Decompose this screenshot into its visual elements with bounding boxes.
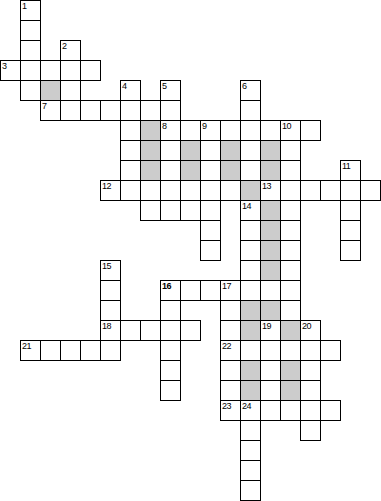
cell-r3-c2[interactable] bbox=[40, 60, 61, 81]
cell-r16-c6[interactable] bbox=[120, 320, 141, 341]
cell-r24-c12[interactable] bbox=[240, 480, 261, 501]
cell-r19-c14-shaded[interactable] bbox=[280, 380, 301, 401]
cell-r17-c15[interactable] bbox=[300, 340, 321, 361]
cell-r15-c5[interactable] bbox=[100, 300, 121, 321]
cell-r15-c8[interactable] bbox=[160, 300, 181, 321]
cell-r2-c1[interactable] bbox=[20, 40, 41, 61]
cell-r10-c17[interactable] bbox=[340, 200, 361, 221]
cell-r0-c1[interactable]: 1 bbox=[20, 0, 41, 21]
clue-number-4: 4 bbox=[122, 81, 127, 91]
cell-r16-c9[interactable] bbox=[180, 320, 201, 341]
cell-r5-c12[interactable] bbox=[240, 100, 261, 121]
clue-number-16: 16 bbox=[162, 281, 171, 291]
cell-r13-c14[interactable] bbox=[280, 260, 301, 281]
cell-r17-c3[interactable] bbox=[60, 340, 81, 361]
cell-r10-c9[interactable] bbox=[180, 200, 201, 221]
cell-r12-c14[interactable] bbox=[280, 240, 301, 261]
cell-r10-c7[interactable] bbox=[140, 200, 161, 221]
cell-r10-c10[interactable] bbox=[200, 200, 221, 221]
cell-r5-c8[interactable] bbox=[160, 100, 181, 121]
cell-r16-c8[interactable] bbox=[160, 320, 181, 341]
cell-r1-c1[interactable] bbox=[20, 20, 41, 41]
clue-number-18: 18 bbox=[102, 321, 111, 331]
cell-r19-c15[interactable] bbox=[300, 380, 321, 401]
cell-r8-c6[interactable] bbox=[120, 160, 141, 181]
cell-r8-c10[interactable] bbox=[200, 160, 221, 181]
cell-r16-c15[interactable]: 20 bbox=[300, 320, 321, 341]
cell-r9-c14[interactable] bbox=[280, 180, 301, 201]
cell-r10-c12[interactable]: 14 bbox=[240, 200, 261, 221]
cell-r6-c15[interactable] bbox=[300, 120, 321, 141]
cell-r15-c14[interactable] bbox=[280, 300, 301, 321]
clue-number-21: 21 bbox=[22, 341, 31, 351]
cell-r16-c14-shaded[interactable] bbox=[280, 320, 301, 341]
cell-r22-c12[interactable] bbox=[240, 440, 261, 461]
cell-r17-c14[interactable] bbox=[280, 340, 301, 361]
cell-r18-c12-shaded[interactable] bbox=[240, 360, 261, 381]
cell-r18-c13[interactable] bbox=[260, 360, 281, 381]
cell-r9-c10[interactable] bbox=[200, 180, 221, 201]
cell-r7-c8[interactable] bbox=[160, 140, 181, 161]
cell-r20-c15[interactable] bbox=[300, 400, 321, 421]
cell-r14-c12[interactable] bbox=[240, 280, 261, 301]
cell-r18-c15[interactable] bbox=[300, 360, 321, 381]
clue-number-20: 20 bbox=[302, 321, 311, 331]
cell-r11-c12[interactable] bbox=[240, 220, 261, 241]
clue-number-10: 10 bbox=[282, 121, 291, 131]
cell-r17-c8[interactable] bbox=[160, 340, 181, 361]
cell-r9-c5[interactable]: 12 bbox=[100, 180, 121, 201]
clue-number-7: 7 bbox=[42, 101, 47, 111]
clue-number-15: 15 bbox=[102, 261, 111, 271]
clue-number-22: 22 bbox=[222, 341, 231, 351]
cell-r8-c7-shaded[interactable] bbox=[140, 160, 161, 181]
cell-r17-c12[interactable] bbox=[240, 340, 261, 361]
cell-r5-c7[interactable] bbox=[140, 100, 161, 121]
cell-r3-c0[interactable]: 3 bbox=[0, 60, 21, 81]
clue-number-13: 13 bbox=[262, 181, 271, 191]
cell-r9-c6[interactable] bbox=[120, 180, 141, 201]
clue-number-14: 14 bbox=[242, 201, 251, 211]
cell-r10-c8[interactable] bbox=[160, 200, 181, 221]
cell-r5-c6[interactable] bbox=[120, 100, 141, 121]
cell-r18-c8[interactable] bbox=[160, 360, 181, 381]
clue-number-5: 5 bbox=[162, 81, 167, 91]
cell-r12-c10[interactable] bbox=[200, 240, 221, 261]
cell-r19-c13[interactable] bbox=[260, 380, 281, 401]
cell-r8-c17[interactable]: 11 bbox=[340, 160, 361, 181]
cell-r6-c12[interactable] bbox=[240, 120, 261, 141]
cell-r11-c10[interactable] bbox=[200, 220, 221, 241]
cell-r3-c3[interactable] bbox=[60, 60, 81, 81]
clue-number-24: 24 bbox=[242, 401, 251, 411]
clue-number-8: 8 bbox=[162, 121, 167, 131]
cell-r15-c11[interactable] bbox=[220, 300, 241, 321]
cell-r6-c14[interactable]: 10 bbox=[280, 120, 301, 141]
cell-r8-c9-shaded[interactable] bbox=[180, 160, 201, 181]
cell-r13-c5[interactable]: 15 bbox=[100, 260, 121, 281]
cell-r4-c2-shaded[interactable] bbox=[40, 80, 61, 101]
cell-r17-c5[interactable] bbox=[100, 340, 121, 361]
cell-r19-c11[interactable] bbox=[220, 380, 241, 401]
cell-r20-c12[interactable]: 24 bbox=[240, 400, 261, 421]
cell-r3-c1[interactable] bbox=[20, 60, 41, 81]
cell-r14-c14[interactable] bbox=[280, 280, 301, 301]
cell-r9-c15[interactable] bbox=[300, 180, 321, 201]
cell-r20-c14[interactable] bbox=[280, 400, 301, 421]
cell-r7-c14[interactable] bbox=[280, 140, 301, 161]
clue-number-6: 6 bbox=[242, 81, 247, 91]
cell-r6-c13[interactable] bbox=[260, 120, 281, 141]
cell-r4-c1[interactable] bbox=[20, 80, 41, 101]
cell-r4-c6[interactable]: 4 bbox=[120, 80, 141, 101]
cell-r15-c13-shaded[interactable] bbox=[260, 300, 281, 321]
cell-r14-c8[interactable]: 16 bbox=[160, 280, 181, 301]
cell-r16-c7[interactable] bbox=[140, 320, 161, 341]
cell-r23-c12[interactable] bbox=[240, 460, 261, 481]
cell-r6-c11[interactable] bbox=[220, 120, 241, 141]
cell-r17-c11[interactable]: 22 bbox=[220, 340, 241, 361]
cell-r8-c14[interactable] bbox=[280, 160, 301, 181]
cell-r16-c5[interactable]: 18 bbox=[100, 320, 121, 341]
cell-r7-c9-shaded[interactable] bbox=[180, 140, 201, 161]
cell-r6-c6[interactable] bbox=[120, 120, 141, 141]
cell-r15-c12-shaded[interactable] bbox=[240, 300, 261, 321]
clue-number-9: 9 bbox=[202, 121, 207, 131]
cell-r6-c8[interactable]: 8 bbox=[160, 120, 181, 141]
cell-r8-c13-shaded[interactable] bbox=[260, 160, 281, 181]
cell-r10-c14[interactable] bbox=[280, 200, 301, 221]
cell-r7-c10[interactable] bbox=[200, 140, 221, 161]
cell-r7-c12[interactable] bbox=[240, 140, 261, 161]
cell-r4-c8[interactable]: 5 bbox=[160, 80, 181, 101]
cell-r9-c8[interactable] bbox=[160, 180, 181, 201]
cell-r13-c12[interactable] bbox=[240, 260, 261, 281]
cell-r21-c12[interactable] bbox=[240, 420, 261, 441]
clue-number-2: 2 bbox=[62, 41, 67, 51]
cell-r5-c3[interactable] bbox=[60, 100, 81, 121]
cell-r6-c9[interactable] bbox=[180, 120, 201, 141]
cell-r9-c16[interactable] bbox=[320, 180, 341, 201]
cell-r9-c11[interactable] bbox=[220, 180, 241, 201]
cell-r17-c2[interactable] bbox=[40, 340, 61, 361]
cell-r14-c9[interactable] bbox=[180, 280, 201, 301]
clue-number-23: 23 bbox=[222, 401, 231, 411]
cell-r5-c5[interactable] bbox=[100, 100, 121, 121]
crossword-board: 123456789101112131415161718192021222324 bbox=[0, 0, 381, 501]
cell-r14-c13[interactable] bbox=[260, 280, 281, 301]
cell-r9-c13[interactable]: 13 bbox=[260, 180, 281, 201]
cell-r14-c10[interactable] bbox=[200, 280, 221, 301]
cell-r16-c13[interactable]: 19 bbox=[260, 320, 281, 341]
clue-number-17: 17 bbox=[222, 281, 231, 291]
cell-r8-c11-shaded[interactable] bbox=[220, 160, 241, 181]
clue-number-3: 3 bbox=[2, 61, 7, 71]
cell-r13-c13-shaded[interactable] bbox=[260, 260, 281, 281]
cell-r9-c12-shaded[interactable] bbox=[240, 180, 261, 201]
cell-r3-c4[interactable] bbox=[80, 60, 101, 81]
cell-r6-c10[interactable]: 9 bbox=[200, 120, 221, 141]
cell-r9-c9[interactable] bbox=[180, 180, 201, 201]
clue-number-19: 19 bbox=[262, 321, 271, 331]
cell-r20-c16[interactable] bbox=[320, 400, 341, 421]
cell-r18-c11[interactable] bbox=[220, 360, 241, 381]
clue-number-11: 11 bbox=[342, 161, 350, 171]
cell-r7-c11-shaded[interactable] bbox=[220, 140, 241, 161]
cell-r12-c13-shaded[interactable] bbox=[260, 240, 281, 261]
cell-r6-c7-shaded[interactable] bbox=[140, 120, 161, 141]
cell-r19-c12-shaded[interactable] bbox=[240, 380, 261, 401]
cell-r18-c14-shaded[interactable] bbox=[280, 360, 301, 381]
cell-r2-c3[interactable]: 2 bbox=[60, 40, 81, 61]
cell-r11-c13-shaded[interactable] bbox=[260, 220, 281, 241]
clue-number-1: 1 bbox=[22, 1, 27, 11]
cell-r4-c3[interactable] bbox=[60, 80, 81, 101]
cell-r16-c11[interactable] bbox=[220, 320, 241, 341]
cell-r7-c6[interactable] bbox=[120, 140, 141, 161]
cell-r5-c2[interactable]: 7 bbox=[40, 100, 61, 121]
cell-r20-c13[interactable] bbox=[260, 400, 281, 421]
cell-r10-c13-shaded[interactable] bbox=[260, 200, 281, 221]
cell-r4-c12[interactable]: 6 bbox=[240, 80, 261, 101]
clue-number-12: 12 bbox=[102, 181, 111, 191]
cell-r8-c12[interactable] bbox=[240, 160, 261, 181]
cell-r17-c4[interactable] bbox=[80, 340, 101, 361]
cell-r17-c16[interactable] bbox=[320, 340, 341, 361]
cell-r11-c17[interactable] bbox=[340, 220, 361, 241]
cell-r12-c17[interactable] bbox=[340, 240, 361, 261]
cell-r9-c17[interactable] bbox=[340, 180, 361, 201]
cell-r19-c8[interactable] bbox=[160, 380, 181, 401]
cell-r17-c13[interactable] bbox=[260, 340, 281, 361]
cell-r20-c11[interactable]: 23 bbox=[220, 400, 241, 421]
cell-r21-c15[interactable] bbox=[300, 420, 321, 441]
cell-r16-c12-shaded[interactable] bbox=[240, 320, 261, 341]
cell-r5-c4[interactable] bbox=[80, 100, 101, 121]
cell-r14-c5[interactable] bbox=[100, 280, 121, 301]
cell-r14-c11[interactable]: 17 bbox=[220, 280, 241, 301]
cell-r12-c12[interactable] bbox=[240, 240, 261, 261]
cell-r9-c18[interactable] bbox=[360, 180, 381, 201]
cell-r7-c13-shaded[interactable] bbox=[260, 140, 281, 161]
cell-r8-c8[interactable] bbox=[160, 160, 181, 181]
cell-r9-c7[interactable] bbox=[140, 180, 161, 201]
cell-r17-c1[interactable]: 21 bbox=[20, 340, 41, 361]
cell-r11-c14[interactable] bbox=[280, 220, 301, 241]
cell-r7-c7-shaded[interactable] bbox=[140, 140, 161, 161]
